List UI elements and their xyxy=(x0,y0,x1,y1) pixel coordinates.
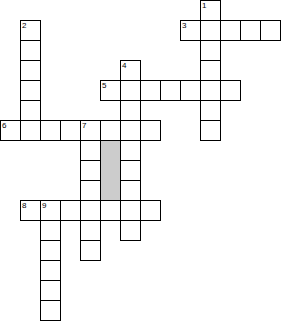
clue-number-6: 6 xyxy=(2,121,6,130)
cell-r4c11[interactable] xyxy=(220,80,241,101)
cell-r4c8[interactable] xyxy=(160,80,181,101)
clue-number-4: 4 xyxy=(122,61,126,70)
cell-r1c1[interactable]: 2 xyxy=(20,20,41,41)
cell-r11c4[interactable] xyxy=(80,220,101,241)
cell-r4c1[interactable] xyxy=(20,80,41,101)
cell-r1c11[interactable] xyxy=(220,20,241,41)
cell-r3c6[interactable]: 4 xyxy=(120,60,141,81)
cell-r6c6[interactable] xyxy=(120,120,141,141)
clue-number-9: 9 xyxy=(42,201,46,210)
cell-r6c5[interactable] xyxy=(100,120,121,141)
cell-r10c1[interactable]: 8 xyxy=(20,200,41,221)
cell-r5c10[interactable] xyxy=(200,100,221,121)
cell-r15c2[interactable] xyxy=(40,300,61,321)
cell-r10c3[interactable] xyxy=(60,200,81,221)
cell-r4c10[interactable] xyxy=(200,80,221,101)
crossword-board: 123456789 xyxy=(0,0,281,321)
cell-r6c7[interactable] xyxy=(140,120,161,141)
clue-number-5: 5 xyxy=(102,81,106,90)
cell-r10c4[interactable] xyxy=(80,200,101,221)
cell-r3c1[interactable] xyxy=(20,60,41,81)
cell-r11c2[interactable] xyxy=(40,220,61,241)
cell-r8c4[interactable] xyxy=(80,160,101,181)
cell-r1c9[interactable]: 3 xyxy=(180,20,201,41)
clue-number-8: 8 xyxy=(22,201,26,210)
cell-r12c4[interactable] xyxy=(80,240,101,261)
cell-r7c6[interactable] xyxy=(120,140,141,161)
cell-r5c1[interactable] xyxy=(20,100,41,121)
cell-r4c7[interactable] xyxy=(140,80,161,101)
cell-r1c13[interactable] xyxy=(260,20,281,41)
cell-r6c4[interactable]: 7 xyxy=(80,120,101,141)
highlighted-cell-r7c5[interactable] xyxy=(100,140,121,161)
cell-r1c10[interactable] xyxy=(200,20,221,41)
clue-number-7: 7 xyxy=(82,121,86,130)
clue-number-1: 1 xyxy=(202,1,206,10)
cell-r2c10[interactable] xyxy=(200,40,221,61)
cell-r12c2[interactable] xyxy=(40,240,61,261)
cell-r6c3[interactable] xyxy=(60,120,81,141)
cell-r14c2[interactable] xyxy=(40,280,61,301)
cell-r8c6[interactable] xyxy=(120,160,141,181)
cell-r6c10[interactable] xyxy=(200,120,221,141)
cell-r10c5[interactable] xyxy=(100,200,121,221)
cell-r4c9[interactable] xyxy=(180,80,201,101)
cell-r4c5[interactable]: 5 xyxy=(100,80,121,101)
clue-number-3: 3 xyxy=(182,21,186,30)
cell-r3c10[interactable] xyxy=(200,60,221,81)
cell-r6c1[interactable] xyxy=(20,120,41,141)
cell-r9c4[interactable] xyxy=(80,180,101,201)
cell-r10c6[interactable] xyxy=(120,200,141,221)
cell-r9c6[interactable] xyxy=(120,180,141,201)
clue-number-2: 2 xyxy=(22,21,26,30)
cell-r2c1[interactable] xyxy=(20,40,41,61)
cell-r6c0[interactable]: 6 xyxy=(0,120,21,141)
cell-r11c6[interactable] xyxy=(120,220,141,241)
cell-r13c2[interactable] xyxy=(40,260,61,281)
cell-r7c4[interactable] xyxy=(80,140,101,161)
highlighted-cell-r9c5[interactable] xyxy=(100,180,121,201)
highlighted-cell-r8c5[interactable] xyxy=(100,160,121,181)
cell-r10c7[interactable] xyxy=(140,200,161,221)
cell-r5c6[interactable] xyxy=(120,100,141,121)
cell-r10c2[interactable]: 9 xyxy=(40,200,61,221)
cell-r6c2[interactable] xyxy=(40,120,61,141)
cell-r0c10[interactable]: 1 xyxy=(200,0,221,21)
cell-r1c12[interactable] xyxy=(240,20,261,41)
cell-r4c6[interactable] xyxy=(120,80,141,101)
